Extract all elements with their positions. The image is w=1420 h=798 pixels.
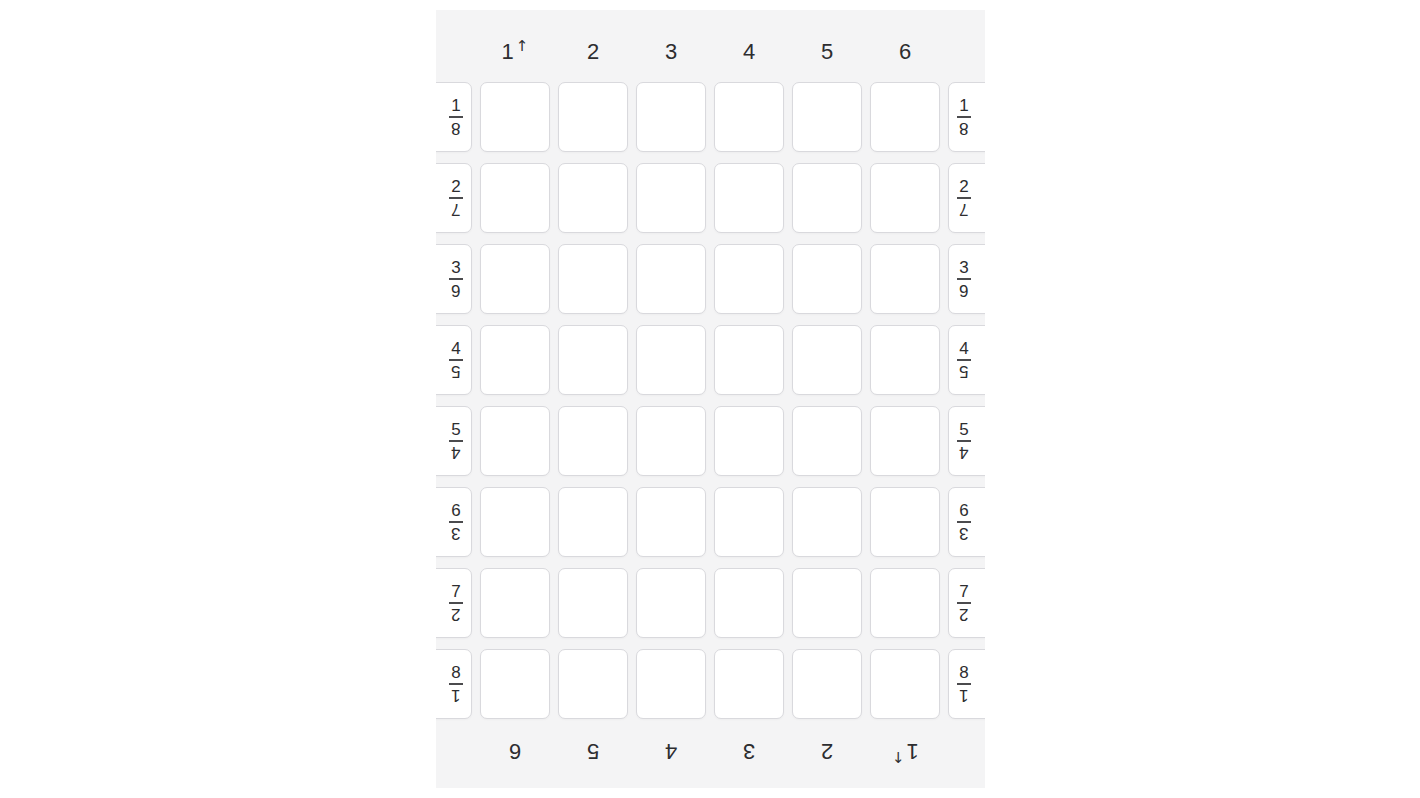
board-cell-c5-r1[interactable]	[792, 82, 862, 152]
board-cell-c3-r2[interactable]	[636, 163, 706, 233]
board-cell-c1-r5[interactable]	[480, 406, 550, 476]
near-row-number: 8	[451, 664, 460, 681]
near-row-number: 1	[451, 97, 460, 114]
board-cell-c2-r2[interactable]	[558, 163, 628, 233]
board-cell-c2-r7[interactable]	[558, 568, 628, 638]
near-row-number: 5	[451, 421, 460, 438]
rotated-label: 6	[509, 740, 521, 762]
column-number: 4	[665, 740, 677, 762]
label-divider-bar	[449, 116, 463, 118]
board-cell-c1-r1[interactable]	[480, 82, 550, 152]
row-label-right-7: 72	[948, 568, 985, 638]
board-cell-c3-r3[interactable]	[636, 244, 706, 314]
row-label-fraction: 18	[957, 97, 971, 137]
board-cell-c6-r2[interactable]	[870, 163, 940, 233]
board-cell-c4-r6[interactable]	[714, 487, 784, 557]
rotated-label: 5	[587, 740, 599, 762]
row-label-fraction: 81	[449, 664, 463, 704]
board-cell-c4-r7[interactable]	[714, 568, 784, 638]
board-cell-c6-r1[interactable]	[870, 82, 940, 152]
label-divider-bar	[957, 440, 971, 442]
board-cell-c6-r3[interactable]	[870, 244, 940, 314]
column-label-bottom-4: 4	[636, 730, 706, 788]
row-label-right-1: 18	[948, 82, 985, 152]
board-cell-c4-r1[interactable]	[714, 82, 784, 152]
far-row-number: 8	[959, 120, 968, 137]
row-label-left-2: 27	[436, 163, 473, 233]
row-label-fraction: 36	[957, 259, 971, 299]
near-row-number: 4	[959, 340, 968, 357]
label-divider-bar	[449, 521, 463, 523]
column-label-top-4: 4	[714, 10, 784, 71]
row-label-fraction: 54	[449, 421, 463, 461]
board-cell-c4-r5[interactable]	[714, 406, 784, 476]
board-cell-c3-r4[interactable]	[636, 325, 706, 395]
label-divider-bar	[449, 602, 463, 604]
board-cell-c3-r7[interactable]	[636, 568, 706, 638]
column-number: 4	[743, 41, 755, 63]
row-label-left-5: 54	[436, 406, 473, 476]
row-label-fraction: 63	[449, 502, 463, 542]
column-number: 1	[502, 41, 514, 63]
column-number: 2	[821, 740, 833, 762]
near-row-number: 3	[959, 259, 968, 276]
far-row-number: 6	[451, 282, 460, 299]
board-cell-c1-r3[interactable]	[480, 244, 550, 314]
column-label-bottom-3: 3	[714, 730, 784, 788]
label-divider-bar	[957, 602, 971, 604]
board-grid: 1↑23456654321↑18182727363645455454636372…	[436, 10, 985, 788]
board-cell-c5-r8[interactable]	[792, 649, 862, 719]
board-cell-c5-r2[interactable]	[792, 163, 862, 233]
row-label-fraction: 81	[957, 664, 971, 704]
far-row-number: 5	[959, 363, 968, 380]
row-label-fraction: 63	[957, 502, 971, 542]
row-label-left-4: 45	[436, 325, 473, 395]
row-label-right-6: 63	[948, 487, 985, 557]
board-cell-c6-r7[interactable]	[870, 568, 940, 638]
board-cell-c4-r2[interactable]	[714, 163, 784, 233]
row-label-left-6: 63	[436, 487, 473, 557]
up-arrow-icon: ↑	[516, 39, 529, 54]
row-label-fraction: 54	[957, 421, 971, 461]
column-label-top-1: 1↑	[480, 10, 550, 71]
near-row-number: 5	[959, 421, 968, 438]
screenshot-panel: 1↑23456654321↑18182727363645455454636372…	[436, 10, 985, 788]
board-cell-c2-r3[interactable]	[558, 244, 628, 314]
column-label-bottom-5: 5	[558, 730, 628, 788]
far-row-number: 5	[451, 363, 460, 380]
column-label-bottom-2: 2	[792, 730, 862, 788]
row-label-fraction: 72	[957, 583, 971, 623]
near-row-number: 2	[451, 178, 460, 195]
row-label-fraction: 27	[957, 178, 971, 218]
row-label-fraction: 18	[449, 97, 463, 137]
near-row-number: 3	[451, 259, 460, 276]
column-number: 5	[821, 41, 833, 63]
board-cell-c1-r7[interactable]	[480, 568, 550, 638]
rotated-label: 4	[665, 740, 677, 762]
board-cell-c2-r5[interactable]	[558, 406, 628, 476]
row-label-right-8: 81	[948, 649, 985, 719]
label-divider-bar	[957, 197, 971, 199]
board-cell-c1-r8[interactable]	[480, 649, 550, 719]
rotated-label: 1↑	[892, 740, 919, 762]
far-row-number: 2	[451, 606, 460, 623]
row-label-left-7: 72	[436, 568, 473, 638]
board-cell-c3-r1[interactable]	[636, 82, 706, 152]
near-row-number: 6	[959, 502, 968, 519]
label-divider-bar	[957, 359, 971, 361]
column-number: 1	[906, 740, 918, 762]
far-row-number: 3	[959, 525, 968, 542]
row-label-fraction: 36	[449, 259, 463, 299]
board-cell-c6-r8[interactable]	[870, 649, 940, 719]
label-divider-bar	[957, 521, 971, 523]
board-cell-c5-r3[interactable]	[792, 244, 862, 314]
near-row-number: 2	[959, 178, 968, 195]
page-background: 1↑23456654321↑18182727363645455454636372…	[0, 0, 1420, 798]
column-label-bottom-6: 6	[480, 730, 550, 788]
column-label-top-5: 5	[792, 10, 862, 71]
board-cell-c6-r5[interactable]	[870, 406, 940, 476]
far-row-number: 7	[451, 201, 460, 218]
board-cell-c4-r4[interactable]	[714, 325, 784, 395]
near-row-number: 8	[959, 664, 968, 681]
row-label-fraction: 45	[449, 340, 463, 380]
rotated-label: 2	[821, 740, 833, 762]
far-row-number: 2	[959, 606, 968, 623]
rotated-label: 3	[743, 740, 755, 762]
board-cell-c5-r7[interactable]	[792, 568, 862, 638]
row-label-right-3: 36	[948, 244, 985, 314]
column-number: 5	[587, 740, 599, 762]
board-cell-c1-r4[interactable]	[480, 325, 550, 395]
row-label-left-1: 18	[436, 82, 473, 152]
board-cell-c3-r6[interactable]	[636, 487, 706, 557]
column-number: 2	[587, 41, 599, 63]
column-label-top-3: 3	[636, 10, 706, 71]
far-row-number: 4	[959, 444, 968, 461]
column-number: 6	[899, 41, 911, 63]
label-divider-bar	[449, 197, 463, 199]
row-label-fraction: 72	[449, 583, 463, 623]
row-label-right-4: 45	[948, 325, 985, 395]
board-cell-c5-r6[interactable]	[792, 487, 862, 557]
board-cell-c4-r8[interactable]	[714, 649, 784, 719]
row-label-right-2: 27	[948, 163, 985, 233]
board-cell-c1-r2[interactable]	[480, 163, 550, 233]
far-row-number: 1	[959, 687, 968, 704]
far-row-number: 7	[959, 201, 968, 218]
label-divider-bar	[957, 683, 971, 685]
far-row-number: 8	[451, 120, 460, 137]
near-row-number: 1	[959, 97, 968, 114]
far-row-number: 3	[451, 525, 460, 542]
board-cell-c2-r6[interactable]	[558, 487, 628, 557]
column-label-bottom-1: 1↑	[870, 730, 940, 788]
near-row-number: 6	[451, 502, 460, 519]
board-cell-c2-r1[interactable]	[558, 82, 628, 152]
row-label-right-5: 54	[948, 406, 985, 476]
far-row-number: 6	[959, 282, 968, 299]
near-row-number: 7	[451, 583, 460, 600]
far-row-number: 4	[451, 444, 460, 461]
row-label-fraction: 27	[449, 178, 463, 218]
near-row-number: 7	[959, 583, 968, 600]
label-divider-bar	[957, 116, 971, 118]
column-label-top-2: 2	[558, 10, 628, 71]
board-cell-c3-r5[interactable]	[636, 406, 706, 476]
near-row-number: 4	[451, 340, 460, 357]
label-divider-bar	[449, 359, 463, 361]
row-label-left-8: 81	[436, 649, 473, 719]
board-cell-c6-r4[interactable]	[870, 325, 940, 395]
column-number: 3	[665, 41, 677, 63]
row-label-left-3: 36	[436, 244, 473, 314]
board-cell-c6-r6[interactable]	[870, 487, 940, 557]
up-arrow-icon: ↑	[892, 749, 905, 764]
board-cell-c5-r5[interactable]	[792, 406, 862, 476]
label-divider-bar	[957, 278, 971, 280]
column-label-top-6: 6	[870, 10, 940, 71]
board-cell-c3-r8[interactable]	[636, 649, 706, 719]
board-cell-c2-r4[interactable]	[558, 325, 628, 395]
column-number: 3	[743, 740, 755, 762]
label-divider-bar	[449, 278, 463, 280]
board-cell-c4-r3[interactable]	[714, 244, 784, 314]
column-number: 6	[509, 740, 521, 762]
label-divider-bar	[449, 683, 463, 685]
row-label-fraction: 45	[957, 340, 971, 380]
label-divider-bar	[449, 440, 463, 442]
board-cell-c2-r8[interactable]	[558, 649, 628, 719]
board-cell-c5-r4[interactable]	[792, 325, 862, 395]
far-row-number: 1	[451, 687, 460, 704]
board-cell-c1-r6[interactable]	[480, 487, 550, 557]
